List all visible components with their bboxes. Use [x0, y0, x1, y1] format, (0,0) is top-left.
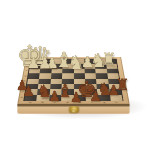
- piece-white-knight[interactable]: ♞: [67, 52, 84, 71]
- chess-set-photo: abcdefgh 12345678 ♛♜♚♞♝♟♟♞♟♟♟♜♟♟♞♝♞♚♟♟♟: [0, 0, 160, 160]
- piece-black-pawn[interactable]: ♟: [48, 88, 61, 102]
- piece-black-pawn[interactable]: ♟: [70, 89, 83, 103]
- piece-black-pawn[interactable]: ♟: [89, 88, 102, 102]
- piece-black-pawn[interactable]: ♟: [22, 84, 35, 98]
- pieces-layer: ♛♜♚♞♝♟♟♞♟♟♟♜♟♟♞♝♞♚♟♟♟: [0, 0, 160, 160]
- piece-white-pawn[interactable]: ♟: [38, 56, 51, 71]
